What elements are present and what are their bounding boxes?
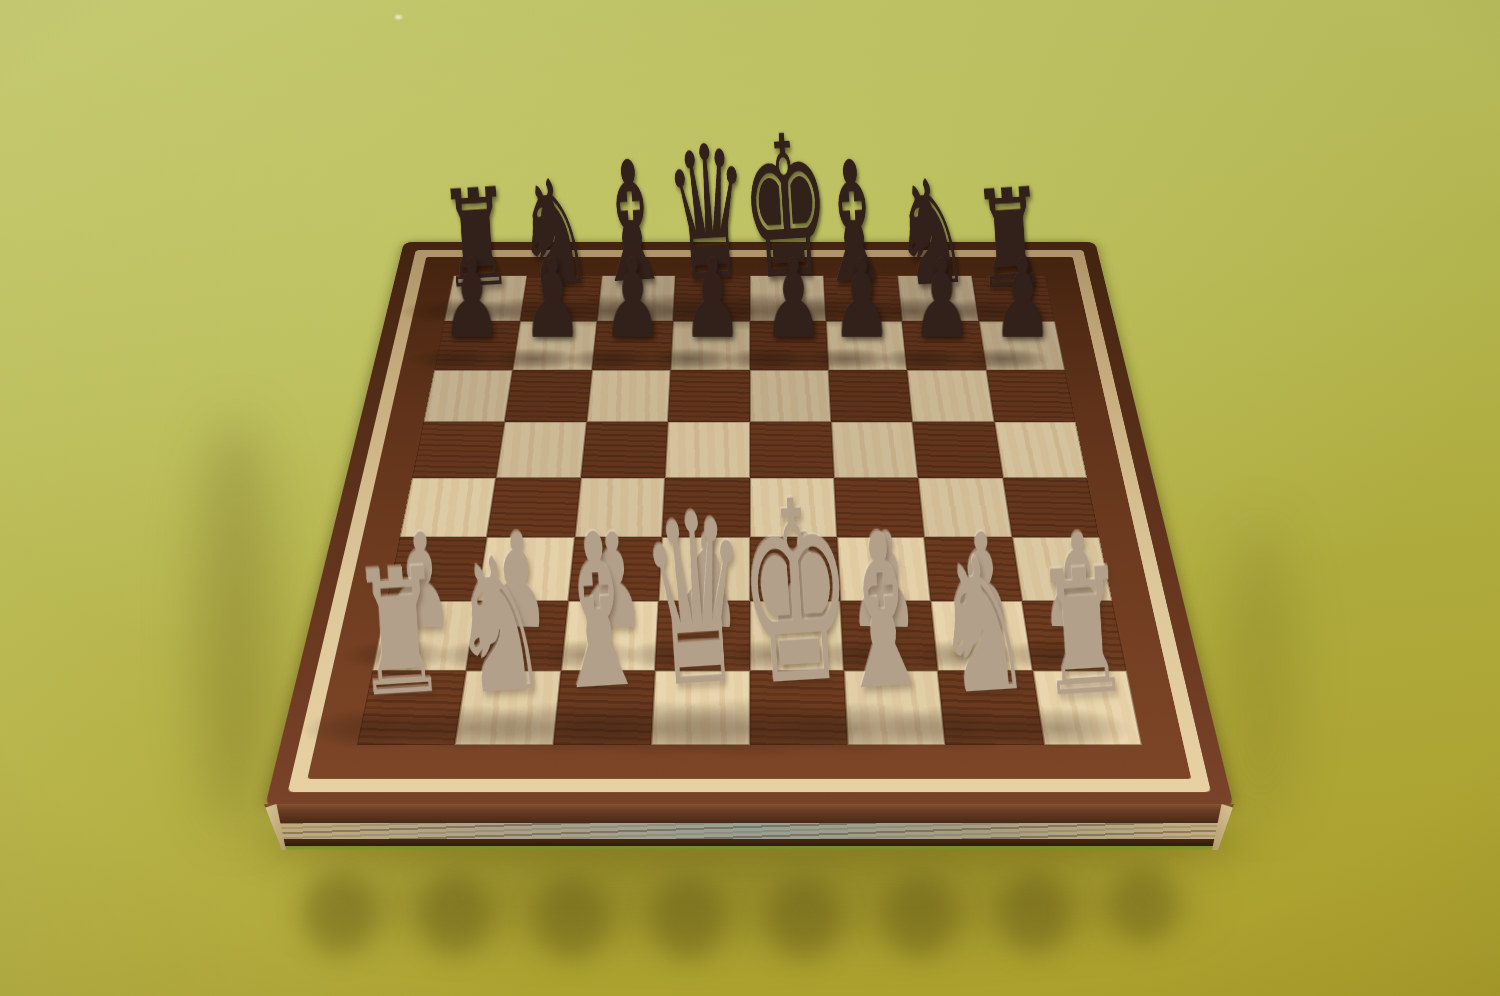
piece-white-bishop[interactable]: ♝ (542, 504, 654, 722)
square-a6[interactable] (423, 370, 513, 422)
square-e6[interactable] (750, 370, 832, 422)
square-c6[interactable] (586, 370, 670, 422)
piece-white-rook[interactable]: ♜ (348, 544, 451, 722)
piece-black-pawn[interactable]: ♟ (522, 244, 583, 353)
square-b6[interactable] (505, 370, 592, 422)
square-h1[interactable]: ♜ (1032, 670, 1142, 745)
piece-black-pawn[interactable]: ♟ (992, 244, 1053, 353)
front-edge-reflection (260, 846, 1242, 850)
square-b5[interactable] (496, 422, 586, 478)
square-h7[interactable]: ♟ (979, 321, 1065, 370)
piece-white-knight[interactable]: ♞ (929, 531, 1037, 723)
square-f6[interactable] (828, 370, 912, 422)
square-h5[interactable] (994, 422, 1087, 478)
piece-white-knight[interactable]: ♞ (445, 531, 553, 723)
square-g5[interactable] (913, 422, 1003, 478)
piece-contact-shadow (955, 348, 1052, 370)
board-squares: ♜♞♝♛♚♝♞♜♟♟♟♟♟♟♟♟♟♟♟♟♟♟♟♟♜♞♝♛♚♝♞♜ (357, 276, 1142, 745)
square-g6[interactable] (907, 370, 994, 422)
front-edge-pine-band (260, 823, 1242, 839)
piece-black-pawn[interactable]: ♟ (763, 244, 824, 353)
chess-board: ♜♞♝♛♚♝♞♜♟♟♟♟♟♟♟♟♟♟♟♟♟♟♟♟♜♞♝♛♚♝♞♜ (265, 242, 1234, 808)
square-a5[interactable] (412, 422, 505, 478)
piece-black-pawn[interactable]: ♟ (683, 244, 744, 353)
piece-black-pawn[interactable]: ♟ (832, 244, 893, 353)
piece-white-bishop[interactable]: ♝ (826, 504, 938, 722)
front-edge-mahogany-band (260, 804, 1242, 823)
piece-white-rook[interactable]: ♜ (1031, 544, 1134, 722)
square-d6[interactable] (668, 370, 750, 422)
square-h6[interactable] (986, 370, 1076, 422)
front-edge-base-band (260, 839, 1242, 846)
piece-black-pawn[interactable]: ♟ (602, 244, 663, 353)
piece-black-pawn[interactable]: ♟ (442, 244, 503, 353)
piece-black-pawn[interactable]: ♟ (912, 244, 973, 353)
